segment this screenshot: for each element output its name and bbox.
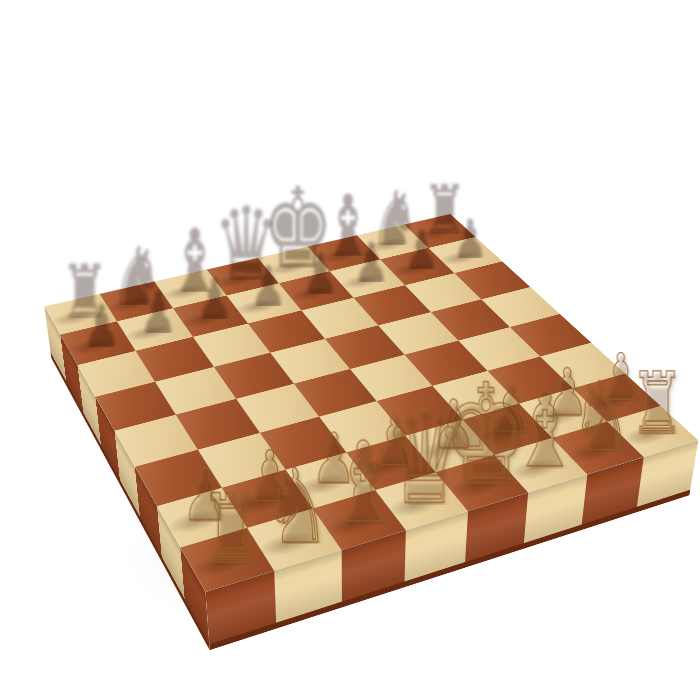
bishop-icon: ♝ bbox=[327, 443, 398, 525]
rook-icon: ♜ bbox=[630, 372, 685, 435]
piece-white-knight-b1[interactable]: ♞ bbox=[262, 441, 334, 544]
rook-icon: ♜ bbox=[200, 494, 262, 565]
knight-icon: ♞ bbox=[571, 382, 632, 452]
scene: ♜♞♝♛♚♝♞♜♟♟♟♟♟♟♟♟♟♟♟♟♟♟♟♟♜♞♝♛♚♝♞♜ bbox=[0, 0, 700, 700]
piece-white-bishop-c1[interactable]: ♝ bbox=[327, 414, 398, 525]
knight-icon: ♞ bbox=[264, 468, 331, 544]
piece-white-queen-d1[interactable]: ♛ bbox=[390, 379, 459, 506]
piece-white-rook-a1[interactable]: ♜ bbox=[194, 469, 267, 564]
